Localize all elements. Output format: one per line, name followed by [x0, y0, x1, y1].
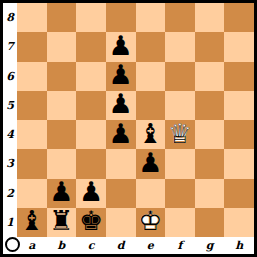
file-label-d: d — [106, 237, 136, 254]
square-d8 — [106, 3, 136, 32]
white-queen-outline: ♕ — [168, 120, 192, 147]
square-g6 — [195, 62, 225, 91]
square-f1 — [165, 208, 195, 237]
square-c8 — [76, 3, 106, 32]
square-c2: ♟ — [76, 179, 106, 208]
square-f3 — [165, 149, 195, 178]
black-pawn-glyph: ♟ — [109, 32, 133, 59]
black-pawn: ♟ — [106, 32, 136, 61]
square-d5: ♟ — [106, 91, 136, 120]
square-h3 — [224, 149, 254, 178]
rank-label-7: 7 — [3, 32, 17, 61]
rank-label-3: 3 — [3, 149, 17, 178]
black-pawn: ♟ — [106, 91, 136, 120]
square-h5 — [224, 91, 254, 120]
square-e6 — [136, 62, 166, 91]
white-queen: ♛♕ — [165, 120, 195, 149]
square-a4 — [17, 120, 47, 149]
black-pawn-glyph: ♟ — [109, 120, 133, 147]
rank-label-1: 1 — [3, 208, 17, 237]
black-pawn: ♟ — [106, 120, 136, 149]
black-pawn-glyph: ♟ — [79, 179, 103, 206]
black-king-glyph: ♚ — [79, 208, 103, 235]
rank-label-8: 8 — [3, 3, 17, 32]
square-c4 — [76, 120, 106, 149]
square-d2 — [106, 179, 136, 208]
square-b3 — [47, 149, 77, 178]
square-h8 — [224, 3, 254, 32]
file-label-b: b — [47, 237, 77, 254]
square-g4 — [195, 120, 225, 149]
square-g3 — [195, 149, 225, 178]
black-rook-glyph: ♜ — [49, 208, 73, 235]
square-d3 — [106, 149, 136, 178]
rank-label-5: 5 — [3, 91, 17, 120]
square-c5 — [76, 91, 106, 120]
square-b2: ♟ — [47, 179, 77, 208]
black-king: ♚ — [76, 208, 106, 237]
chess-board: ♟♟♟♟♝♛♕♟♟♟♝♜♚♚♔ — [17, 3, 254, 237]
square-a8 — [17, 3, 47, 32]
rank-labels: 87654321 — [3, 3, 17, 237]
black-bishop: ♝ — [136, 120, 166, 149]
square-c6 — [76, 62, 106, 91]
black-bishop-glyph: ♝ — [138, 120, 162, 147]
square-f8 — [165, 3, 195, 32]
black-bishop: ♝ — [17, 208, 47, 237]
square-f6 — [165, 62, 195, 91]
square-a3 — [17, 149, 47, 178]
square-e2 — [136, 179, 166, 208]
square-h7 — [224, 32, 254, 61]
square-e4: ♝ — [136, 120, 166, 149]
square-g5 — [195, 91, 225, 120]
square-h6 — [224, 62, 254, 91]
file-label-e: e — [136, 237, 166, 254]
file-label-h: h — [224, 237, 254, 254]
file-label-f: f — [165, 237, 195, 254]
square-b5 — [47, 91, 77, 120]
black-pawn: ♟ — [76, 179, 106, 208]
square-h1 — [224, 208, 254, 237]
square-e5 — [136, 91, 166, 120]
square-c7 — [76, 32, 106, 61]
square-d4: ♟ — [106, 120, 136, 149]
square-f4: ♛♕ — [165, 120, 195, 149]
file-label-g: g — [195, 237, 225, 254]
black-bishop-glyph: ♝ — [20, 208, 44, 235]
square-b8 — [47, 3, 77, 32]
black-pawn-glyph: ♟ — [138, 149, 162, 176]
black-pawn: ♟ — [106, 62, 136, 91]
square-d6: ♟ — [106, 62, 136, 91]
square-f5 — [165, 91, 195, 120]
square-f2 — [165, 179, 195, 208]
white-king-outline: ♔ — [138, 208, 162, 235]
square-e8 — [136, 3, 166, 32]
square-h2 — [224, 179, 254, 208]
square-b6 — [47, 62, 77, 91]
square-b1: ♜ — [47, 208, 77, 237]
square-d7: ♟ — [106, 32, 136, 61]
black-rook: ♜ — [47, 208, 77, 237]
square-e1: ♚♔ — [136, 208, 166, 237]
rank-label-4: 4 — [3, 120, 17, 149]
square-d1 — [106, 208, 136, 237]
black-pawn: ♟ — [47, 179, 77, 208]
file-labels: abcdefgh — [17, 237, 254, 254]
square-b7 — [47, 32, 77, 61]
square-h4 — [224, 120, 254, 149]
file-label-c: c — [76, 237, 106, 254]
rank-label-2: 2 — [3, 179, 17, 208]
black-pawn-glyph: ♟ — [109, 91, 133, 118]
square-f7 — [165, 32, 195, 61]
square-g2 — [195, 179, 225, 208]
square-a6 — [17, 62, 47, 91]
black-pawn: ♟ — [136, 149, 166, 178]
file-label-a: a — [17, 237, 47, 254]
black-pawn-glyph: ♟ — [109, 62, 133, 89]
square-c1: ♚ — [76, 208, 106, 237]
square-a7 — [17, 32, 47, 61]
square-a2 — [17, 179, 47, 208]
square-e3: ♟ — [136, 149, 166, 178]
square-g1 — [195, 208, 225, 237]
square-a1: ♝ — [17, 208, 47, 237]
white-to-move-indicator — [5, 237, 20, 252]
square-e7 — [136, 32, 166, 61]
chess-diagram: 87654321 ♟♟♟♟♝♛♕♟♟♟♝♜♚♚♔ abcdefgh — [0, 0, 257, 257]
square-a5 — [17, 91, 47, 120]
white-king: ♚♔ — [136, 208, 166, 237]
square-g8 — [195, 3, 225, 32]
square-b4 — [47, 120, 77, 149]
square-c3 — [76, 149, 106, 178]
black-pawn-glyph: ♟ — [49, 179, 73, 206]
rank-label-6: 6 — [3, 62, 17, 91]
square-g7 — [195, 32, 225, 61]
